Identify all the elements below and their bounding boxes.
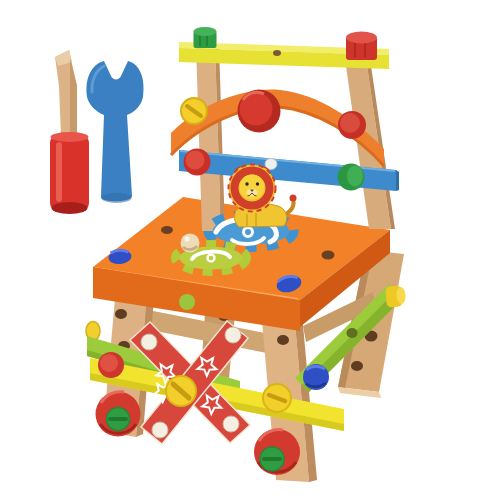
product-photo (0, 0, 500, 500)
leg-hole (277, 335, 289, 345)
wrench-body (86, 61, 143, 201)
screwdriver-handle-top (51, 132, 89, 142)
brace-hole (347, 328, 358, 338)
yellow-bolt-on-brace (385, 285, 406, 307)
green-bolt-cap (347, 166, 363, 187)
red-bolt-cap (186, 151, 205, 170)
lion-eye (256, 182, 259, 185)
lion-eye (245, 182, 248, 185)
top-bar (179, 27, 389, 69)
lion-tail-tuft (290, 195, 297, 202)
left-foot (96, 392, 141, 437)
slat-hole (223, 416, 239, 432)
leg-hole (351, 361, 363, 371)
green-bolt-under-seat (179, 294, 195, 310)
toy-screwdriver (50, 50, 89, 214)
chair-backrest (171, 27, 399, 231)
green-bolt (194, 27, 217, 48)
screwdriver-highlight (56, 142, 62, 202)
seat-hole (322, 251, 335, 260)
slat-hole (225, 327, 241, 343)
screwdriver-shaft-shade (70, 58, 77, 136)
red-bolt (346, 32, 377, 61)
slat-hole (141, 334, 157, 350)
leg-hole (115, 309, 127, 319)
ball-highlight (185, 237, 190, 242)
red-bolt-cap (340, 113, 360, 133)
toy-chair-illustration (0, 0, 500, 500)
toy-wrench (86, 61, 143, 203)
red-bolt-cap (100, 354, 118, 372)
blue-bar-endcap (396, 170, 399, 191)
seat-hole (161, 226, 173, 234)
bar-hole (273, 50, 281, 56)
screwdriver-handle-cap (52, 202, 88, 214)
wrench-bottom-shade (102, 193, 132, 203)
slat-hole (152, 422, 168, 438)
screwdriver-handle (50, 134, 89, 212)
front-foot (254, 429, 300, 475)
